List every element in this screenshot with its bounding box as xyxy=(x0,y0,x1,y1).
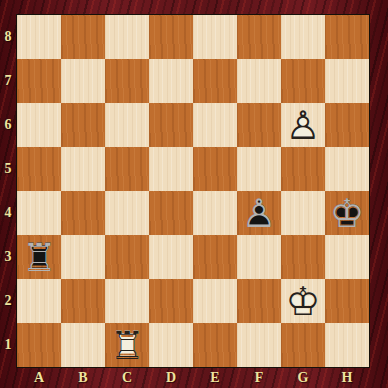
square-d3[interactable] xyxy=(149,235,193,279)
square-a7[interactable] xyxy=(17,59,61,103)
square-e3[interactable] xyxy=(193,235,237,279)
square-g6[interactable]: ♟♙ xyxy=(281,103,325,147)
white-king[interactable]: ♚♔ xyxy=(281,279,325,323)
square-g4[interactable] xyxy=(281,191,325,235)
square-d4[interactable] xyxy=(149,191,193,235)
square-h5[interactable] xyxy=(325,147,369,191)
square-g7[interactable] xyxy=(281,59,325,103)
square-h8[interactable] xyxy=(325,15,369,59)
square-e5[interactable] xyxy=(193,147,237,191)
rank-label-5: 5 xyxy=(0,147,16,191)
square-a4[interactable] xyxy=(17,191,61,235)
rank-label-1: 1 xyxy=(0,323,16,367)
square-b4[interactable] xyxy=(61,191,105,235)
square-e6[interactable] xyxy=(193,103,237,147)
square-b3[interactable] xyxy=(61,235,105,279)
file-labels: ABCDEFGH xyxy=(17,368,369,388)
file-label-c: C xyxy=(105,368,149,388)
rank-label-4: 4 xyxy=(0,191,16,235)
square-b2[interactable] xyxy=(61,279,105,323)
file-label-f: F xyxy=(237,368,281,388)
square-h2[interactable] xyxy=(325,279,369,323)
square-a2[interactable] xyxy=(17,279,61,323)
board-border: ♟♙♟♙♚♔♜♖♚♔♜♖ xyxy=(16,14,370,368)
square-c7[interactable] xyxy=(105,59,149,103)
file-label-b: B xyxy=(61,368,105,388)
square-b7[interactable] xyxy=(61,59,105,103)
square-h3[interactable] xyxy=(325,235,369,279)
square-e8[interactable] xyxy=(193,15,237,59)
square-a3[interactable]: ♜♖ xyxy=(17,235,61,279)
square-h4[interactable]: ♚♔ xyxy=(325,191,369,235)
square-f7[interactable] xyxy=(237,59,281,103)
square-a1[interactable] xyxy=(17,323,61,367)
square-b5[interactable] xyxy=(61,147,105,191)
square-b6[interactable] xyxy=(61,103,105,147)
square-a6[interactable] xyxy=(17,103,61,147)
square-h1[interactable] xyxy=(325,323,369,367)
square-e2[interactable] xyxy=(193,279,237,323)
square-d5[interactable] xyxy=(149,147,193,191)
square-b1[interactable] xyxy=(61,323,105,367)
rank-label-3: 3 xyxy=(0,235,16,279)
chess-board: ♟♙♟♙♚♔♜♖♚♔♜♖ xyxy=(17,15,369,367)
square-f4[interactable]: ♟♙ xyxy=(237,191,281,235)
square-g8[interactable] xyxy=(281,15,325,59)
square-f5[interactable] xyxy=(237,147,281,191)
square-c4[interactable] xyxy=(105,191,149,235)
square-c1[interactable]: ♜♖ xyxy=(105,323,149,367)
rank-label-6: 6 xyxy=(0,103,16,147)
file-label-a: A xyxy=(17,368,61,388)
square-g2[interactable]: ♚♔ xyxy=(281,279,325,323)
file-label-g: G xyxy=(281,368,325,388)
rank-label-7: 7 xyxy=(0,59,16,103)
rank-label-8: 8 xyxy=(0,15,16,59)
chess-board-frame: 87654321 ♟♙♟♙♚♔♜♖♚♔♜♖ ABCDEFGH xyxy=(0,0,388,388)
square-d1[interactable] xyxy=(149,323,193,367)
file-label-h: H xyxy=(325,368,369,388)
square-f2[interactable] xyxy=(237,279,281,323)
square-c3[interactable] xyxy=(105,235,149,279)
square-f8[interactable] xyxy=(237,15,281,59)
white-pawn[interactable]: ♟♙ xyxy=(281,103,325,147)
square-a5[interactable] xyxy=(17,147,61,191)
square-c2[interactable] xyxy=(105,279,149,323)
square-e4[interactable] xyxy=(193,191,237,235)
square-d8[interactable] xyxy=(149,15,193,59)
square-g1[interactable] xyxy=(281,323,325,367)
square-f6[interactable] xyxy=(237,103,281,147)
square-f1[interactable] xyxy=(237,323,281,367)
square-a8[interactable] xyxy=(17,15,61,59)
square-c8[interactable] xyxy=(105,15,149,59)
square-d2[interactable] xyxy=(149,279,193,323)
square-c5[interactable] xyxy=(105,147,149,191)
black-rook[interactable]: ♜♖ xyxy=(17,235,61,279)
square-d7[interactable] xyxy=(149,59,193,103)
square-b8[interactable] xyxy=(61,15,105,59)
square-f3[interactable] xyxy=(237,235,281,279)
square-e7[interactable] xyxy=(193,59,237,103)
square-d6[interactable] xyxy=(149,103,193,147)
square-g5[interactable] xyxy=(281,147,325,191)
square-h6[interactable] xyxy=(325,103,369,147)
square-c6[interactable] xyxy=(105,103,149,147)
file-label-d: D xyxy=(149,368,193,388)
square-g3[interactable] xyxy=(281,235,325,279)
rank-label-2: 2 xyxy=(0,279,16,323)
rank-labels: 87654321 xyxy=(0,15,16,367)
square-e1[interactable] xyxy=(193,323,237,367)
square-h7[interactable] xyxy=(325,59,369,103)
file-label-e: E xyxy=(193,368,237,388)
black-king[interactable]: ♚♔ xyxy=(325,191,369,235)
white-rook[interactable]: ♜♖ xyxy=(105,323,149,367)
black-pawn[interactable]: ♟♙ xyxy=(237,191,281,235)
